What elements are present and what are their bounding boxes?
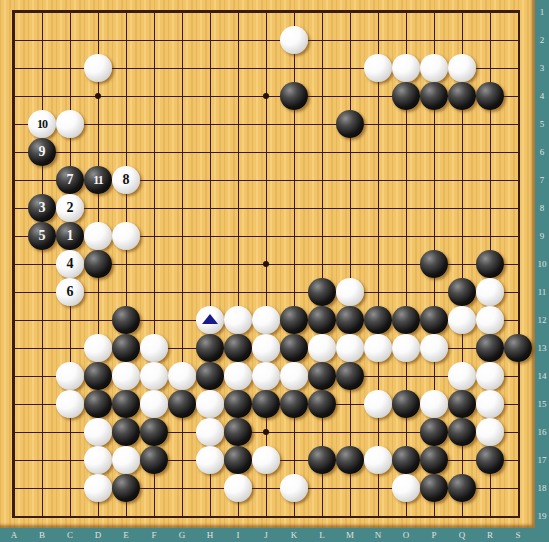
board-point-M15[interactable] (336, 390, 364, 418)
board-point-N3[interactable] (364, 54, 392, 82)
board-point-D18[interactable] (84, 474, 112, 502)
board-point-M10[interactable] (336, 250, 364, 278)
board-point-E6[interactable] (112, 138, 140, 166)
board-point-K18[interactable] (280, 474, 308, 502)
board-point-E15[interactable] (112, 390, 140, 418)
board-point-O16[interactable] (392, 418, 420, 446)
board-point-N10[interactable] (364, 250, 392, 278)
board-point-E17[interactable] (112, 446, 140, 474)
board-point-G10[interactable] (168, 250, 196, 278)
board-point-K12[interactable] (280, 306, 308, 334)
board-point-C14[interactable] (56, 362, 84, 390)
board-point-F3[interactable] (140, 54, 168, 82)
board-point-F7[interactable] (140, 166, 168, 194)
board-point-I9[interactable] (224, 222, 252, 250)
board-point-R3[interactable] (476, 54, 504, 82)
board-point-S7[interactable] (504, 166, 532, 194)
board-point-F15[interactable] (140, 390, 168, 418)
board-point-R8[interactable] (476, 194, 504, 222)
board-point-B16[interactable] (28, 418, 56, 446)
board-point-D15[interactable] (84, 390, 112, 418)
board-point-F1[interactable] (140, 0, 168, 26)
board-point-O11[interactable] (392, 278, 420, 306)
board-point-A5[interactable] (0, 110, 28, 138)
board-point-F17[interactable] (140, 446, 168, 474)
board-point-B19[interactable] (28, 502, 56, 530)
board-point-D12[interactable] (84, 306, 112, 334)
board-point-P7[interactable] (420, 166, 448, 194)
board-point-L10[interactable] (308, 250, 336, 278)
board-point-F13[interactable] (140, 334, 168, 362)
board-point-R18[interactable] (476, 474, 504, 502)
board-point-A8[interactable] (0, 194, 28, 222)
board-point-H9[interactable] (196, 222, 224, 250)
board-point-N14[interactable] (364, 362, 392, 390)
board-point-I1[interactable] (224, 0, 252, 26)
board-point-E11[interactable] (112, 278, 140, 306)
board-point-F16[interactable] (140, 418, 168, 446)
board-point-E18[interactable] (112, 474, 140, 502)
board-point-K13[interactable] (280, 334, 308, 362)
board-point-I16[interactable] (224, 418, 252, 446)
board-point-P15[interactable] (420, 390, 448, 418)
board-point-D19[interactable] (84, 502, 112, 530)
board-point-H12[interactable] (196, 306, 224, 334)
board-point-R4[interactable] (476, 82, 504, 110)
board-point-Q4[interactable] (448, 82, 476, 110)
board-point-H18[interactable] (196, 474, 224, 502)
board-point-K2[interactable] (280, 26, 308, 54)
board-point-C5[interactable] (56, 110, 84, 138)
board-point-J4[interactable] (252, 82, 280, 110)
board-point-F2[interactable] (140, 26, 168, 54)
board-point-E4[interactable] (112, 82, 140, 110)
board-point-L17[interactable] (308, 446, 336, 474)
board-point-O3[interactable] (392, 54, 420, 82)
board-point-R7[interactable] (476, 166, 504, 194)
board-point-N2[interactable] (364, 26, 392, 54)
board-point-O6[interactable] (392, 138, 420, 166)
board-point-P18[interactable] (420, 474, 448, 502)
board-point-C4[interactable] (56, 82, 84, 110)
board-point-R15[interactable] (476, 390, 504, 418)
board-point-J6[interactable] (252, 138, 280, 166)
board-point-K9[interactable] (280, 222, 308, 250)
board-point-S10[interactable] (504, 250, 532, 278)
board-point-O19[interactable] (392, 502, 420, 530)
board-point-O18[interactable] (392, 474, 420, 502)
board-point-Q19[interactable] (448, 502, 476, 530)
board-point-B18[interactable] (28, 474, 56, 502)
board-point-L1[interactable] (308, 0, 336, 26)
board-point-M3[interactable] (336, 54, 364, 82)
board-point-O7[interactable] (392, 166, 420, 194)
board-point-N19[interactable] (364, 502, 392, 530)
board-point-H13[interactable] (196, 334, 224, 362)
board-point-A15[interactable] (0, 390, 28, 418)
board-point-E5[interactable] (112, 110, 140, 138)
board-point-J7[interactable] (252, 166, 280, 194)
board-point-N16[interactable] (364, 418, 392, 446)
board-point-C2[interactable] (56, 26, 84, 54)
board-point-E2[interactable] (112, 26, 140, 54)
board-point-S6[interactable] (504, 138, 532, 166)
board-point-H11[interactable] (196, 278, 224, 306)
board-point-D9[interactable] (84, 222, 112, 250)
board-point-L12[interactable] (308, 306, 336, 334)
board-point-N13[interactable] (364, 334, 392, 362)
board-point-D16[interactable] (84, 418, 112, 446)
board-point-O17[interactable] (392, 446, 420, 474)
board-point-D6[interactable] (84, 138, 112, 166)
board-point-C1[interactable] (56, 0, 84, 26)
board-point-G13[interactable] (168, 334, 196, 362)
board-point-L19[interactable] (308, 502, 336, 530)
board-point-A19[interactable] (0, 502, 28, 530)
board-point-D5[interactable] (84, 110, 112, 138)
board-point-K8[interactable] (280, 194, 308, 222)
board-point-A11[interactable] (0, 278, 28, 306)
board-point-G7[interactable] (168, 166, 196, 194)
board-point-G12[interactable] (168, 306, 196, 334)
board-point-E3[interactable] (112, 54, 140, 82)
board-point-E1[interactable] (112, 0, 140, 26)
board-point-D3[interactable] (84, 54, 112, 82)
board-point-H17[interactable] (196, 446, 224, 474)
board-point-P12[interactable] (420, 306, 448, 334)
board-point-S11[interactable] (504, 278, 532, 306)
board-point-D7[interactable]: 11 (84, 166, 112, 194)
board-point-L4[interactable] (308, 82, 336, 110)
board-point-I10[interactable] (224, 250, 252, 278)
board-point-I5[interactable] (224, 110, 252, 138)
board-point-G16[interactable] (168, 418, 196, 446)
board-point-B10[interactable] (28, 250, 56, 278)
board-point-P5[interactable] (420, 110, 448, 138)
board-point-F14[interactable] (140, 362, 168, 390)
board-point-M12[interactable] (336, 306, 364, 334)
board-point-J3[interactable] (252, 54, 280, 82)
board-point-J9[interactable] (252, 222, 280, 250)
board-point-R19[interactable] (476, 502, 504, 530)
board-point-S14[interactable] (504, 362, 532, 390)
board-point-O12[interactable] (392, 306, 420, 334)
board-point-G15[interactable] (168, 390, 196, 418)
board-point-M2[interactable] (336, 26, 364, 54)
board-point-I4[interactable] (224, 82, 252, 110)
board-point-E7[interactable]: 8 (112, 166, 140, 194)
board-point-N8[interactable] (364, 194, 392, 222)
board-point-K5[interactable] (280, 110, 308, 138)
board-point-R6[interactable] (476, 138, 504, 166)
board-point-P9[interactable] (420, 222, 448, 250)
board-point-F10[interactable] (140, 250, 168, 278)
board-point-J19[interactable] (252, 502, 280, 530)
board-point-E13[interactable] (112, 334, 140, 362)
board-point-A7[interactable] (0, 166, 28, 194)
board-point-D11[interactable] (84, 278, 112, 306)
board-point-A17[interactable] (0, 446, 28, 474)
board-point-J10[interactable] (252, 250, 280, 278)
board-point-D1[interactable] (84, 0, 112, 26)
board-point-A16[interactable] (0, 418, 28, 446)
board-point-G3[interactable] (168, 54, 196, 82)
board-point-C6[interactable] (56, 138, 84, 166)
board-point-L18[interactable] (308, 474, 336, 502)
board-point-O1[interactable] (392, 0, 420, 26)
board-point-I19[interactable] (224, 502, 252, 530)
board-point-L5[interactable] (308, 110, 336, 138)
board-point-S8[interactable] (504, 194, 532, 222)
board-point-N6[interactable] (364, 138, 392, 166)
board-point-C16[interactable] (56, 418, 84, 446)
board-point-R14[interactable] (476, 362, 504, 390)
board-point-R9[interactable] (476, 222, 504, 250)
board-point-B13[interactable] (28, 334, 56, 362)
board-point-P10[interactable] (420, 250, 448, 278)
board-point-J15[interactable] (252, 390, 280, 418)
board-point-Q7[interactable] (448, 166, 476, 194)
board-point-M5[interactable] (336, 110, 364, 138)
board-point-S13[interactable] (504, 334, 532, 362)
board-point-O5[interactable] (392, 110, 420, 138)
board-point-A18[interactable] (0, 474, 28, 502)
board-point-Q18[interactable] (448, 474, 476, 502)
board-point-M1[interactable] (336, 0, 364, 26)
board-point-K10[interactable] (280, 250, 308, 278)
board-point-M19[interactable] (336, 502, 364, 530)
board-point-L6[interactable] (308, 138, 336, 166)
board-point-H8[interactable] (196, 194, 224, 222)
board-point-H10[interactable] (196, 250, 224, 278)
board-point-P3[interactable] (420, 54, 448, 82)
board-point-I8[interactable] (224, 194, 252, 222)
board-point-R17[interactable] (476, 446, 504, 474)
board-point-B5[interactable]: 10 (28, 110, 56, 138)
board-point-B7[interactable] (28, 166, 56, 194)
board-point-F11[interactable] (140, 278, 168, 306)
board-point-A4[interactable] (0, 82, 28, 110)
board-point-S16[interactable] (504, 418, 532, 446)
board-point-R11[interactable] (476, 278, 504, 306)
board-point-M14[interactable] (336, 362, 364, 390)
board-point-S18[interactable] (504, 474, 532, 502)
board-point-F5[interactable] (140, 110, 168, 138)
board-point-K7[interactable] (280, 166, 308, 194)
board-point-B2[interactable] (28, 26, 56, 54)
board-point-B14[interactable] (28, 362, 56, 390)
board-point-Q5[interactable] (448, 110, 476, 138)
board-point-M8[interactable] (336, 194, 364, 222)
board-point-A13[interactable] (0, 334, 28, 362)
board-point-S12[interactable] (504, 306, 532, 334)
board-point-O8[interactable] (392, 194, 420, 222)
board-point-Q3[interactable] (448, 54, 476, 82)
board-point-K4[interactable] (280, 82, 308, 110)
board-point-Q9[interactable] (448, 222, 476, 250)
board-point-E9[interactable] (112, 222, 140, 250)
board-point-D2[interactable] (84, 26, 112, 54)
board-point-L13[interactable] (308, 334, 336, 362)
board-point-J18[interactable] (252, 474, 280, 502)
board-point-C19[interactable] (56, 502, 84, 530)
board-point-L11[interactable] (308, 278, 336, 306)
board-point-C11[interactable]: 6 (56, 278, 84, 306)
board-point-D4[interactable] (84, 82, 112, 110)
board-point-K11[interactable] (280, 278, 308, 306)
board-point-N12[interactable] (364, 306, 392, 334)
board-point-M17[interactable] (336, 446, 364, 474)
board-point-M7[interactable] (336, 166, 364, 194)
board-point-G19[interactable] (168, 502, 196, 530)
board-point-Q2[interactable] (448, 26, 476, 54)
board-point-A1[interactable] (0, 0, 28, 26)
board-point-I3[interactable] (224, 54, 252, 82)
board-point-E10[interactable] (112, 250, 140, 278)
board-point-G2[interactable] (168, 26, 196, 54)
board-point-M4[interactable] (336, 82, 364, 110)
board-point-D10[interactable] (84, 250, 112, 278)
board-point-L9[interactable] (308, 222, 336, 250)
board-point-A3[interactable] (0, 54, 28, 82)
board-point-E19[interactable] (112, 502, 140, 530)
board-point-G8[interactable] (168, 194, 196, 222)
board-point-C17[interactable] (56, 446, 84, 474)
board-point-N4[interactable] (364, 82, 392, 110)
board-point-C12[interactable] (56, 306, 84, 334)
board-point-L14[interactable] (308, 362, 336, 390)
board-point-E12[interactable] (112, 306, 140, 334)
board-point-J14[interactable] (252, 362, 280, 390)
board-point-R5[interactable] (476, 110, 504, 138)
board-point-Q13[interactable] (448, 334, 476, 362)
board-point-C13[interactable] (56, 334, 84, 362)
board-point-H2[interactable] (196, 26, 224, 54)
board-point-P4[interactable] (420, 82, 448, 110)
board-point-N1[interactable] (364, 0, 392, 26)
board-point-G6[interactable] (168, 138, 196, 166)
board-point-K1[interactable] (280, 0, 308, 26)
board-point-P17[interactable] (420, 446, 448, 474)
board-point-L7[interactable] (308, 166, 336, 194)
board-point-I13[interactable] (224, 334, 252, 362)
board-point-P6[interactable] (420, 138, 448, 166)
board-point-F6[interactable] (140, 138, 168, 166)
board-point-Q14[interactable] (448, 362, 476, 390)
board-point-I6[interactable] (224, 138, 252, 166)
board-point-R12[interactable] (476, 306, 504, 334)
board-point-P16[interactable] (420, 418, 448, 446)
board-point-N11[interactable] (364, 278, 392, 306)
board-point-G14[interactable] (168, 362, 196, 390)
board-point-H15[interactable] (196, 390, 224, 418)
board-point-O15[interactable] (392, 390, 420, 418)
board-point-R10[interactable] (476, 250, 504, 278)
board-point-J11[interactable] (252, 278, 280, 306)
board-point-S5[interactable] (504, 110, 532, 138)
board-point-G18[interactable] (168, 474, 196, 502)
board-point-P14[interactable] (420, 362, 448, 390)
board-point-B11[interactable] (28, 278, 56, 306)
board-point-H4[interactable] (196, 82, 224, 110)
board-point-K19[interactable] (280, 502, 308, 530)
board-point-J8[interactable] (252, 194, 280, 222)
board-point-M9[interactable] (336, 222, 364, 250)
board-point-E16[interactable] (112, 418, 140, 446)
board-point-F18[interactable] (140, 474, 168, 502)
board-point-P8[interactable] (420, 194, 448, 222)
board-point-C3[interactable] (56, 54, 84, 82)
board-point-I15[interactable] (224, 390, 252, 418)
board-point-B1[interactable] (28, 0, 56, 26)
board-point-A9[interactable] (0, 222, 28, 250)
board-point-H16[interactable] (196, 418, 224, 446)
board-point-O13[interactable] (392, 334, 420, 362)
board-point-H14[interactable] (196, 362, 224, 390)
board-point-I14[interactable] (224, 362, 252, 390)
board-point-B9[interactable]: 5 (28, 222, 56, 250)
board-point-F4[interactable] (140, 82, 168, 110)
board-point-L3[interactable] (308, 54, 336, 82)
board-point-B4[interactable] (28, 82, 56, 110)
board-point-S15[interactable] (504, 390, 532, 418)
board-point-A6[interactable] (0, 138, 28, 166)
board-point-D8[interactable] (84, 194, 112, 222)
board-point-R1[interactable] (476, 0, 504, 26)
board-point-I7[interactable] (224, 166, 252, 194)
board-point-M18[interactable] (336, 474, 364, 502)
board-point-J5[interactable] (252, 110, 280, 138)
board-point-C18[interactable] (56, 474, 84, 502)
board-point-S1[interactable] (504, 0, 532, 26)
board-point-B8[interactable]: 3 (28, 194, 56, 222)
board-point-K3[interactable] (280, 54, 308, 82)
board-point-B15[interactable] (28, 390, 56, 418)
board-point-J12[interactable] (252, 306, 280, 334)
board-point-Q17[interactable] (448, 446, 476, 474)
board-point-I11[interactable] (224, 278, 252, 306)
board-point-C15[interactable] (56, 390, 84, 418)
board-point-F19[interactable] (140, 502, 168, 530)
board-point-F8[interactable] (140, 194, 168, 222)
board-point-J13[interactable] (252, 334, 280, 362)
board-point-C10[interactable]: 4 (56, 250, 84, 278)
board-point-S9[interactable] (504, 222, 532, 250)
board-point-Q1[interactable] (448, 0, 476, 26)
board-point-S19[interactable] (504, 502, 532, 530)
board-point-Q15[interactable] (448, 390, 476, 418)
board-point-N18[interactable] (364, 474, 392, 502)
board-point-M11[interactable] (336, 278, 364, 306)
board-point-R16[interactable] (476, 418, 504, 446)
board-point-P1[interactable] (420, 0, 448, 26)
board-point-P13[interactable] (420, 334, 448, 362)
board-point-C8[interactable]: 2 (56, 194, 84, 222)
board-point-L2[interactable] (308, 26, 336, 54)
board-point-G1[interactable] (168, 0, 196, 26)
board-point-L16[interactable] (308, 418, 336, 446)
board-point-B6[interactable]: 9 (28, 138, 56, 166)
board-point-G9[interactable] (168, 222, 196, 250)
board-point-F12[interactable] (140, 306, 168, 334)
board-point-B12[interactable] (28, 306, 56, 334)
board-point-M6[interactable] (336, 138, 364, 166)
board-point-E8[interactable] (112, 194, 140, 222)
board-point-N5[interactable] (364, 110, 392, 138)
board-point-S4[interactable] (504, 82, 532, 110)
board-point-O4[interactable] (392, 82, 420, 110)
board-point-Q12[interactable] (448, 306, 476, 334)
